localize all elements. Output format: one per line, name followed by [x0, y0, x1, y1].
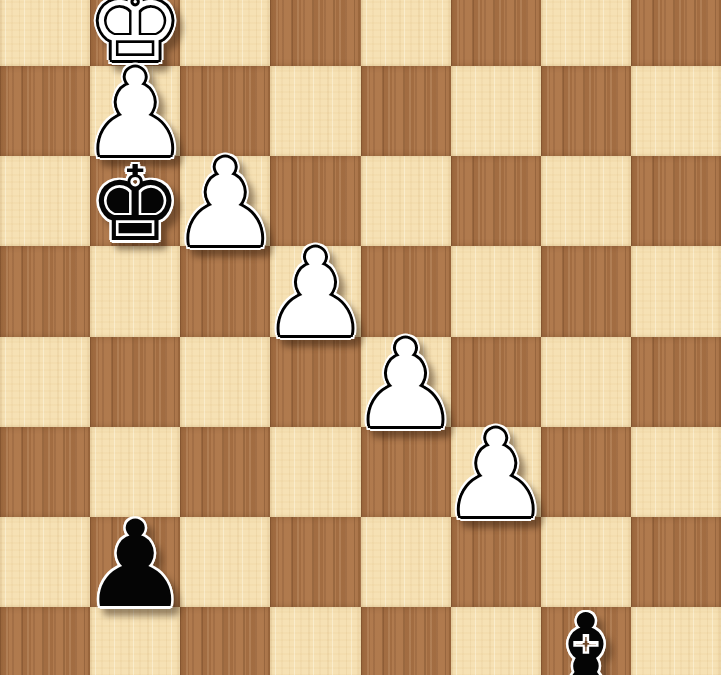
- square-e1[interactable]: [361, 607, 451, 675]
- square-f8[interactable]: [451, 0, 541, 66]
- square-h6[interactable]: [631, 156, 721, 246]
- square-g7[interactable]: [541, 66, 631, 156]
- square-c3[interactable]: [180, 427, 270, 517]
- square-c8[interactable]: [180, 0, 270, 66]
- square-g8[interactable]: [541, 0, 631, 66]
- square-d5[interactable]: ♟: [270, 246, 360, 336]
- square-d8[interactable]: [270, 0, 360, 66]
- square-e8[interactable]: [361, 0, 451, 66]
- square-e7[interactable]: [361, 66, 451, 156]
- square-g1[interactable]: ♝: [541, 607, 631, 675]
- square-b6[interactable]: ♚: [90, 156, 180, 246]
- square-a8[interactable]: [0, 0, 90, 66]
- square-h2[interactable]: [631, 517, 721, 607]
- square-a7[interactable]: [0, 66, 90, 156]
- square-a2[interactable]: [0, 517, 90, 607]
- board-viewport: ♚♟♚♟♟♟♟♟♝: [0, 0, 721, 675]
- square-a4[interactable]: [0, 337, 90, 427]
- square-h4[interactable]: [631, 337, 721, 427]
- square-a5[interactable]: [0, 246, 90, 336]
- square-f3[interactable]: ♟: [451, 427, 541, 517]
- square-g3[interactable]: [541, 427, 631, 517]
- square-b4[interactable]: [90, 337, 180, 427]
- black-pawn[interactable]: ♟: [90, 520, 180, 610]
- square-f5[interactable]: [451, 246, 541, 336]
- square-g6[interactable]: [541, 156, 631, 246]
- square-h7[interactable]: [631, 66, 721, 156]
- square-f7[interactable]: [451, 66, 541, 156]
- white-pawn[interactable]: ♟: [180, 159, 270, 249]
- square-h3[interactable]: [631, 427, 721, 517]
- black-bishop[interactable]: ♝: [541, 610, 631, 675]
- white-pawn[interactable]: ♟: [361, 340, 451, 430]
- square-c1[interactable]: [180, 607, 270, 675]
- square-d2[interactable]: [270, 517, 360, 607]
- square-a1[interactable]: [0, 607, 90, 675]
- square-b2[interactable]: ♟: [90, 517, 180, 607]
- square-h8[interactable]: [631, 0, 721, 66]
- square-h5[interactable]: [631, 246, 721, 336]
- square-e2[interactable]: [361, 517, 451, 607]
- square-c4[interactable]: [180, 337, 270, 427]
- square-d3[interactable]: [270, 427, 360, 517]
- black-king[interactable]: ♚: [90, 159, 180, 249]
- square-c2[interactable]: [180, 517, 270, 607]
- square-f1[interactable]: [451, 607, 541, 675]
- square-d1[interactable]: [270, 607, 360, 675]
- square-g5[interactable]: [541, 246, 631, 336]
- white-pawn[interactable]: ♟: [451, 430, 541, 520]
- square-e4[interactable]: ♟: [361, 337, 451, 427]
- white-pawn[interactable]: ♟: [270, 249, 360, 339]
- square-d7[interactable]: [270, 66, 360, 156]
- square-h1[interactable]: [631, 607, 721, 675]
- square-e6[interactable]: [361, 156, 451, 246]
- square-g4[interactable]: [541, 337, 631, 427]
- square-a3[interactable]: [0, 427, 90, 517]
- chess-board: ♚♟♚♟♟♟♟♟♝: [0, 0, 721, 675]
- square-c6[interactable]: ♟: [180, 156, 270, 246]
- square-f6[interactable]: [451, 156, 541, 246]
- square-a6[interactable]: [0, 156, 90, 246]
